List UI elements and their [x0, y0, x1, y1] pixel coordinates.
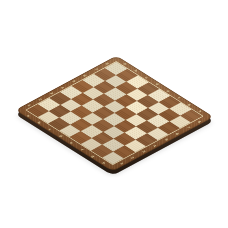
- coordinate-label: 1: [118, 162, 125, 166]
- chess-board: aa88bb77cc66dd55ee44ff33gg22hh11: [15, 55, 214, 171]
- coordinate-label: 2: [129, 156, 136, 160]
- coordinate-label: d: [58, 134, 65, 138]
- coordinate-label: 7: [185, 126, 192, 130]
- coordinate-label: e: [68, 141, 75, 145]
- coordinate-label: a: [25, 114, 32, 118]
- product-photo: aa88bb77cc66dd55ee44ff33gg22hh11: [0, 0, 228, 228]
- coordinate-label: h: [100, 161, 107, 165]
- playing-area: [25, 61, 203, 165]
- coordinate-label: f: [79, 147, 86, 151]
- coordinate-label: 8: [196, 120, 203, 124]
- coordinate-label: 5: [163, 138, 170, 142]
- coordinate-label: 3: [140, 150, 147, 154]
- coordinate-label: c: [47, 127, 54, 131]
- coordinate-label: 6: [174, 132, 181, 136]
- coordinate-label: 4: [152, 144, 159, 148]
- coordinate-label: b: [36, 120, 43, 124]
- coordinate-label: g: [90, 154, 97, 158]
